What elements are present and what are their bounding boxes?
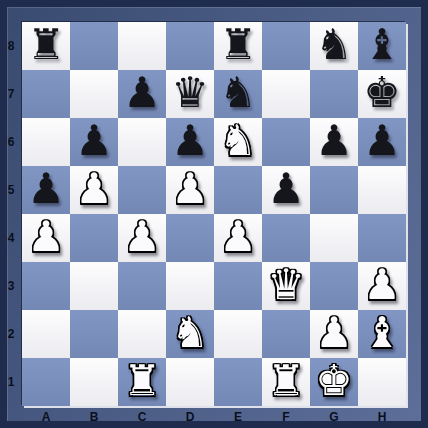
square-e3[interactable] (214, 262, 262, 310)
piece-black-knight[interactable]: ♞ (219, 72, 257, 114)
square-f2[interactable] (262, 310, 310, 358)
rank-label-3: 3 (0, 262, 22, 310)
piece-black-pawn[interactable]: ♟ (315, 120, 353, 162)
rank-label-4: 4 (0, 214, 22, 262)
square-g5[interactable] (310, 166, 358, 214)
file-label-a: A (22, 406, 70, 428)
square-a7[interactable] (22, 70, 70, 118)
square-c8[interactable] (118, 22, 166, 70)
piece-white-rook[interactable]: ♜ (267, 360, 305, 402)
square-b8[interactable] (70, 22, 118, 70)
square-a8[interactable]: ♜ (22, 22, 70, 70)
piece-black-pawn[interactable]: ♟ (27, 168, 65, 210)
square-b5[interactable]: ♟ (70, 166, 118, 214)
rank-label-8: 8 (0, 22, 22, 70)
square-d2[interactable]: ♞ (166, 310, 214, 358)
square-b1[interactable] (70, 358, 118, 406)
square-f6[interactable] (262, 118, 310, 166)
square-c3[interactable] (118, 262, 166, 310)
square-e8[interactable]: ♜ (214, 22, 262, 70)
rank-label-2: 2 (0, 310, 22, 358)
square-c4[interactable]: ♟ (118, 214, 166, 262)
square-f8[interactable] (262, 22, 310, 70)
piece-white-pawn[interactable]: ♟ (123, 216, 161, 258)
square-h8[interactable]: ♝ (358, 22, 406, 70)
piece-black-pawn[interactable]: ♟ (363, 120, 401, 162)
square-h3[interactable]: ♟ (358, 262, 406, 310)
square-f5[interactable]: ♟ (262, 166, 310, 214)
square-f4[interactable] (262, 214, 310, 262)
piece-black-queen[interactable]: ♛ (171, 72, 209, 114)
square-c6[interactable] (118, 118, 166, 166)
piece-white-pawn[interactable]: ♟ (171, 168, 209, 210)
piece-white-queen[interactable]: ♛ (267, 264, 305, 306)
square-d3[interactable] (166, 262, 214, 310)
square-d6[interactable]: ♟ (166, 118, 214, 166)
square-g6[interactable]: ♟ (310, 118, 358, 166)
square-f7[interactable] (262, 70, 310, 118)
file-label-d: D (166, 406, 214, 428)
square-c5[interactable] (118, 166, 166, 214)
square-b6[interactable]: ♟ (70, 118, 118, 166)
piece-white-rook[interactable]: ♜ (123, 360, 161, 402)
piece-white-knight[interactable]: ♞ (219, 120, 257, 162)
rank-label-6: 6 (0, 118, 22, 166)
square-b2[interactable] (70, 310, 118, 358)
square-a3[interactable] (22, 262, 70, 310)
square-b3[interactable] (70, 262, 118, 310)
piece-white-pawn[interactable]: ♟ (75, 168, 113, 210)
square-d4[interactable] (166, 214, 214, 262)
square-d1[interactable] (166, 358, 214, 406)
piece-black-pawn[interactable]: ♟ (123, 72, 161, 114)
chess-app: { "game": "chess", "position": { "fen": … (0, 0, 428, 428)
piece-black-pawn[interactable]: ♟ (267, 168, 305, 210)
square-h6[interactable]: ♟ (358, 118, 406, 166)
piece-white-pawn[interactable]: ♟ (219, 216, 257, 258)
square-e1[interactable] (214, 358, 262, 406)
square-a2[interactable] (22, 310, 70, 358)
square-h7[interactable]: ♚ (358, 70, 406, 118)
square-e7[interactable]: ♞ (214, 70, 262, 118)
square-d7[interactable]: ♛ (166, 70, 214, 118)
square-c1[interactable]: ♜ (118, 358, 166, 406)
square-e6[interactable]: ♞ (214, 118, 262, 166)
square-b4[interactable] (70, 214, 118, 262)
square-g4[interactable] (310, 214, 358, 262)
piece-white-knight[interactable]: ♞ (171, 312, 209, 354)
file-label-g: G (310, 406, 358, 428)
square-h1[interactable] (358, 358, 406, 406)
square-h4[interactable] (358, 214, 406, 262)
square-h5[interactable] (358, 166, 406, 214)
square-d8[interactable] (166, 22, 214, 70)
piece-white-pawn[interactable]: ♟ (27, 216, 65, 258)
square-g7[interactable] (310, 70, 358, 118)
rank-label-5: 5 (0, 166, 22, 214)
square-a5[interactable]: ♟ (22, 166, 70, 214)
piece-black-rook[interactable]: ♜ (219, 24, 257, 66)
square-e4[interactable]: ♟ (214, 214, 262, 262)
piece-black-bishop[interactable]: ♝ (363, 24, 401, 66)
rank-label-1: 1 (0, 358, 22, 406)
square-a6[interactable] (22, 118, 70, 166)
piece-white-pawn[interactable]: ♟ (363, 264, 401, 306)
square-c2[interactable] (118, 310, 166, 358)
rank-labels: 87654321 (0, 22, 22, 406)
piece-black-king[interactable]: ♚ (363, 72, 401, 114)
file-label-c: C (118, 406, 166, 428)
piece-black-knight[interactable]: ♞ (315, 24, 353, 66)
square-b7[interactable] (70, 70, 118, 118)
rank-label-7: 7 (0, 70, 22, 118)
piece-black-pawn[interactable]: ♟ (75, 120, 113, 162)
square-e2[interactable] (214, 310, 262, 358)
chess-board: ♜♜♞♝♟♛♞♚♟♟♞♟♟♟♟♟♟♟♟♟♛♟♞♟♝♜♜♚ (22, 22, 406, 406)
piece-black-pawn[interactable]: ♟ (171, 120, 209, 162)
piece-white-bishop[interactable]: ♝ (363, 312, 401, 354)
square-a1[interactable] (22, 358, 70, 406)
square-g3[interactable] (310, 262, 358, 310)
file-label-h: H (358, 406, 406, 428)
square-f3[interactable]: ♛ (262, 262, 310, 310)
piece-white-king[interactable]: ♚ (315, 360, 353, 402)
file-label-f: F (262, 406, 310, 428)
file-labels: ABCDEFGH (22, 406, 406, 428)
square-g1[interactable]: ♚ (310, 358, 358, 406)
square-h2[interactable]: ♝ (358, 310, 406, 358)
square-d5[interactable]: ♟ (166, 166, 214, 214)
file-label-e: E (214, 406, 262, 428)
square-e5[interactable] (214, 166, 262, 214)
square-a4[interactable]: ♟ (22, 214, 70, 262)
piece-black-rook[interactable]: ♜ (27, 24, 65, 66)
square-c7[interactable]: ♟ (118, 70, 166, 118)
file-label-b: B (70, 406, 118, 428)
piece-white-pawn[interactable]: ♟ (315, 312, 353, 354)
square-g2[interactable]: ♟ (310, 310, 358, 358)
square-g8[interactable]: ♞ (310, 22, 358, 70)
square-f1[interactable]: ♜ (262, 358, 310, 406)
